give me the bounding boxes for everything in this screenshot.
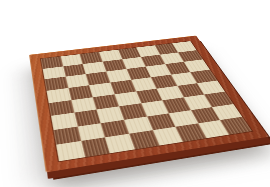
chessboard [29,35,269,172]
board-square-a1 [56,141,85,161]
product-photo-background [0,0,270,187]
board-squares [41,41,252,161]
